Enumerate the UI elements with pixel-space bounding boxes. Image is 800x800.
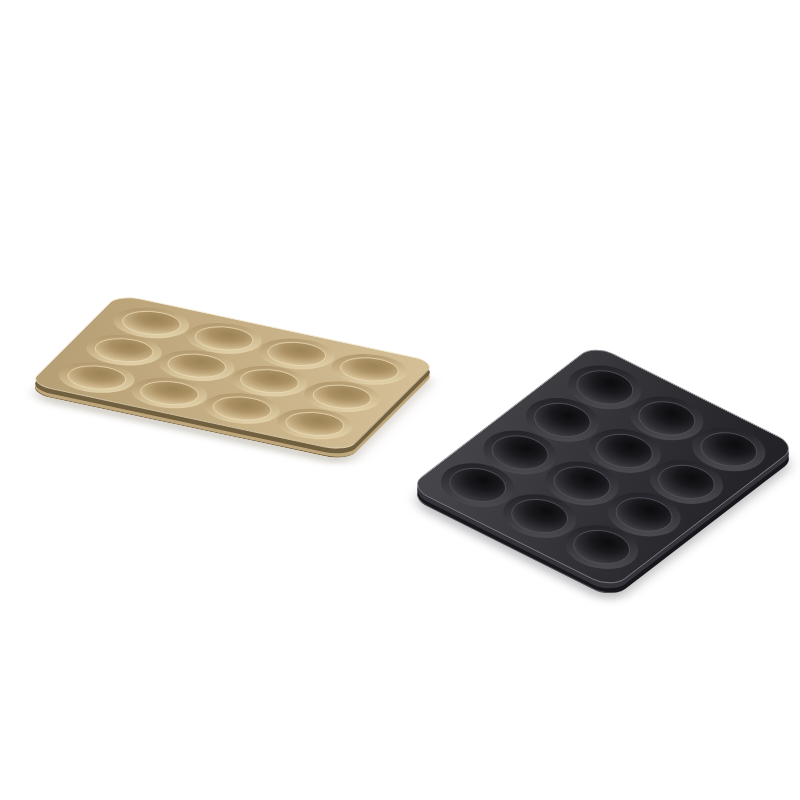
- black-pan-top-face: [408, 344, 798, 589]
- product-photo-canvas: [0, 0, 800, 800]
- black-muffin-pan: [0, 0, 800, 800]
